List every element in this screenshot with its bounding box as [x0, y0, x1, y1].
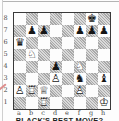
square-a5[interactable]	[14, 49, 26, 61]
rank-label-1: 1	[0, 96, 11, 108]
puzzle-caption: BLACK'S BEST MOVE?	[0, 116, 119, 121]
page-border-top	[3, 1, 119, 2]
square-e3[interactable]	[62, 73, 74, 85]
square-b4[interactable]	[26, 61, 38, 73]
square-b5[interactable]: ♞♘	[26, 49, 38, 61]
rank-label-8: 8	[0, 12, 11, 24]
square-d2[interactable]	[50, 85, 62, 97]
white-pawn[interactable]: ♙	[14, 85, 26, 97]
square-c4[interactable]	[38, 61, 50, 73]
square-h3[interactable]: ♝	[98, 73, 110, 85]
square-f1[interactable]	[74, 97, 86, 109]
square-c1[interactable]: ♜♖	[38, 97, 50, 109]
square-g7[interactable]: ♟	[86, 25, 98, 37]
black-pawn[interactable]: ♟	[38, 25, 50, 37]
white-knight[interactable]: ♘	[26, 49, 38, 61]
square-b1[interactable]	[26, 97, 38, 109]
square-e4[interactable]	[62, 61, 74, 73]
square-f6[interactable]	[74, 37, 86, 49]
square-c6[interactable]	[38, 37, 50, 49]
square-g1[interactable]	[86, 97, 98, 109]
black-pawn[interactable]: ♟	[86, 25, 98, 37]
square-a8[interactable]	[14, 13, 26, 25]
square-g5[interactable]	[86, 49, 98, 61]
white-pawn[interactable]: ♙	[50, 73, 62, 85]
square-h1[interactable]: ♚♔	[98, 97, 110, 109]
white-rook[interactable]: ♖	[38, 97, 50, 109]
square-h6[interactable]	[98, 37, 110, 49]
square-e2[interactable]	[62, 85, 74, 97]
square-e6[interactable]	[62, 37, 74, 49]
white-rook[interactable]: ♖	[26, 85, 38, 97]
square-a1[interactable]	[14, 97, 26, 109]
square-h5[interactable]	[98, 49, 110, 61]
black-queen[interactable]: ♛	[14, 37, 26, 49]
square-c5[interactable]	[38, 49, 50, 61]
rank-label-7: 7	[0, 24, 11, 36]
square-f7[interactable]: ♟	[74, 25, 86, 37]
rank-label-5: 5	[0, 48, 11, 60]
rank-label-6: 6	[0, 36, 11, 48]
square-a6[interactable]: ♛	[14, 37, 26, 49]
white-pawn[interactable]: ♙	[74, 85, 86, 97]
square-b2[interactable]: ♜♖	[26, 85, 38, 97]
rank-label-4: 4	[0, 60, 11, 72]
square-d6[interactable]	[50, 37, 62, 49]
square-g4[interactable]	[86, 61, 98, 73]
square-b7[interactable]: ♟	[26, 25, 38, 37]
rank-label-3: 3	[0, 72, 11, 84]
square-e7[interactable]	[62, 25, 74, 37]
square-e5[interactable]	[62, 49, 74, 61]
square-g6[interactable]	[86, 37, 98, 49]
square-g2[interactable]	[86, 85, 98, 97]
chess-puzzle-thumbnail: 87654321 ♚♟♟♟♟♟♛♞♘♟♞♘♟♙♞♝♟♙♜♖♛♕♟♙♜♖♚♔ ab…	[0, 0, 119, 121]
black-pawn[interactable]: ♟	[26, 25, 38, 37]
square-d8[interactable]	[50, 13, 62, 25]
black-bishop[interactable]: ♝	[98, 73, 110, 85]
square-g3[interactable]	[86, 73, 98, 85]
square-d7[interactable]	[50, 25, 62, 37]
white-king[interactable]: ♔	[98, 97, 110, 109]
square-e8[interactable]	[62, 13, 74, 25]
square-d3[interactable]: ♟♙	[50, 73, 62, 85]
square-a4[interactable]	[14, 61, 26, 73]
square-h7[interactable]: ♟	[98, 25, 110, 37]
square-c7[interactable]: ♟	[38, 25, 50, 37]
square-a2[interactable]: ♟♙	[14, 85, 26, 97]
square-e1[interactable]	[62, 97, 74, 109]
square-d1[interactable]	[50, 97, 62, 109]
chess-board: ♚♟♟♟♟♟♛♞♘♟♞♘♟♙♞♝♟♙♜♖♛♕♟♙♜♖♚♔	[13, 12, 111, 110]
black-pawn[interactable]: ♟	[98, 25, 110, 37]
square-f2[interactable]: ♟♙	[74, 85, 86, 97]
rank-label-2: 2	[0, 84, 11, 96]
black-pawn[interactable]: ♟	[74, 25, 86, 37]
